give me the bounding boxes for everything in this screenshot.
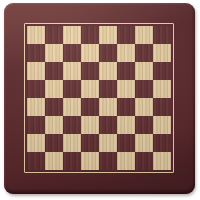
square-c1 [63, 152, 81, 170]
square-h3 [153, 116, 171, 134]
square-a1 [27, 152, 45, 170]
square-d5 [81, 80, 99, 98]
chess-board [4, 3, 195, 194]
square-d7 [81, 44, 99, 62]
square-b4 [45, 98, 63, 116]
square-g5 [135, 80, 153, 98]
square-c4 [63, 98, 81, 116]
square-a7 [27, 44, 45, 62]
square-a4 [27, 98, 45, 116]
square-a2 [27, 134, 45, 152]
square-d1 [81, 152, 99, 170]
photo-background [0, 0, 200, 200]
square-c2 [63, 134, 81, 152]
square-e3 [99, 116, 117, 134]
square-b8 [45, 26, 63, 44]
square-e4 [99, 98, 117, 116]
square-d8 [81, 26, 99, 44]
square-f8 [117, 26, 135, 44]
square-h1 [153, 152, 171, 170]
square-f1 [117, 152, 135, 170]
square-f7 [117, 44, 135, 62]
square-c7 [63, 44, 81, 62]
square-f3 [117, 116, 135, 134]
square-h8 [153, 26, 171, 44]
square-e6 [99, 62, 117, 80]
square-e2 [99, 134, 117, 152]
square-f5 [117, 80, 135, 98]
square-d6 [81, 62, 99, 80]
square-c5 [63, 80, 81, 98]
square-f6 [117, 62, 135, 80]
square-c3 [63, 116, 81, 134]
square-e5 [99, 80, 117, 98]
board-grid [27, 26, 171, 170]
square-a3 [27, 116, 45, 134]
square-h4 [153, 98, 171, 116]
square-e1 [99, 152, 117, 170]
square-b3 [45, 116, 63, 134]
square-g1 [135, 152, 153, 170]
square-h7 [153, 44, 171, 62]
inlay-border [24, 23, 174, 173]
square-e7 [99, 44, 117, 62]
square-g3 [135, 116, 153, 134]
square-a5 [27, 80, 45, 98]
square-f4 [117, 98, 135, 116]
square-f2 [117, 134, 135, 152]
square-d3 [81, 116, 99, 134]
square-b2 [45, 134, 63, 152]
square-d4 [81, 98, 99, 116]
square-g6 [135, 62, 153, 80]
square-a6 [27, 62, 45, 80]
square-b1 [45, 152, 63, 170]
square-a8 [27, 26, 45, 44]
square-c8 [63, 26, 81, 44]
square-b5 [45, 80, 63, 98]
square-g7 [135, 44, 153, 62]
square-h5 [153, 80, 171, 98]
square-c6 [63, 62, 81, 80]
square-g8 [135, 26, 153, 44]
square-h6 [153, 62, 171, 80]
square-e8 [99, 26, 117, 44]
square-b7 [45, 44, 63, 62]
square-h2 [153, 134, 171, 152]
square-g4 [135, 98, 153, 116]
square-d2 [81, 134, 99, 152]
square-b6 [45, 62, 63, 80]
square-g2 [135, 134, 153, 152]
